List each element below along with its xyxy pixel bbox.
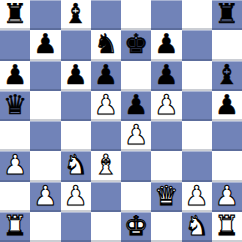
black-pawn[interactable]: ♟: [3, 60, 27, 90]
square-a5[interactable]: ♛: [0, 91, 30, 121]
square-c6[interactable]: ♟: [61, 61, 91, 91]
white-pawn[interactable]: ♟: [185, 181, 209, 211]
square-a3[interactable]: ♟: [0, 151, 30, 181]
square-a6[interactable]: ♟: [0, 61, 30, 91]
white-queen[interactable]: ♛: [154, 181, 178, 211]
square-g8[interactable]: [182, 0, 212, 30]
square-g3[interactable]: [182, 151, 212, 181]
white-rook[interactable]: ♜: [3, 211, 27, 241]
square-a7[interactable]: [0, 30, 30, 60]
black-pawn[interactable]: ♟: [94, 60, 118, 90]
square-e4[interactable]: ♟: [121, 121, 151, 151]
square-b6[interactable]: [30, 61, 60, 91]
square-g7[interactable]: [182, 30, 212, 60]
square-h5[interactable]: ♟: [212, 91, 242, 121]
square-h7[interactable]: [212, 30, 242, 60]
black-bishop[interactable]: ♝: [64, 0, 88, 29]
white-pawn[interactable]: ♟: [154, 90, 178, 120]
square-d6[interactable]: ♟: [91, 61, 121, 91]
square-e1[interactable]: ♚: [121, 212, 151, 242]
black-pawn[interactable]: ♟: [124, 90, 148, 120]
square-c7[interactable]: [61, 30, 91, 60]
square-d2[interactable]: [91, 182, 121, 212]
square-h6[interactable]: ♝: [212, 61, 242, 91]
black-pawn[interactable]: ♟: [64, 60, 88, 90]
square-f7[interactable]: ♟: [151, 30, 181, 60]
square-c8[interactable]: ♝: [61, 0, 91, 30]
white-pawn[interactable]: ♟: [64, 181, 88, 211]
square-h3[interactable]: [212, 151, 242, 181]
square-h1[interactable]: ♜: [212, 212, 242, 242]
square-g1[interactable]: ♞: [182, 212, 212, 242]
square-g4[interactable]: [182, 121, 212, 151]
square-e8[interactable]: [121, 0, 151, 30]
chess-board: ♜♝♜♟♞♚♟♟♟♟♟♝♛♟♟♟♟♟♟♞♝♟♟♛♟♟♜♚♞♜: [0, 0, 242, 242]
black-pawn[interactable]: ♟: [33, 29, 57, 59]
white-pawn[interactable]: ♟: [33, 181, 57, 211]
square-d7[interactable]: ♞: [91, 30, 121, 60]
square-e2[interactable]: [121, 182, 151, 212]
square-e6[interactable]: [121, 61, 151, 91]
black-rook[interactable]: ♜: [215, 0, 239, 29]
square-g2[interactable]: ♟: [182, 182, 212, 212]
square-c5[interactable]: [61, 91, 91, 121]
square-f5[interactable]: ♟: [151, 91, 181, 121]
chess-board-container: ♜♝♜♟♞♚♟♟♟♟♟♝♛♟♟♟♟♟♟♞♝♟♟♛♟♟♜♚♞♜: [0, 0, 242, 242]
square-a1[interactable]: ♜: [0, 212, 30, 242]
square-e5[interactable]: ♟: [121, 91, 151, 121]
black-rook[interactable]: ♜: [3, 0, 27, 29]
white-king[interactable]: ♚: [124, 211, 148, 241]
square-d1[interactable]: [91, 212, 121, 242]
white-pawn[interactable]: ♟: [215, 181, 239, 211]
square-a2[interactable]: [0, 182, 30, 212]
white-pawn[interactable]: ♟: [94, 90, 118, 120]
white-rook[interactable]: ♜: [215, 211, 239, 241]
black-knight[interactable]: ♞: [94, 29, 118, 59]
white-pawn[interactable]: ♟: [3, 150, 27, 180]
square-f3[interactable]: [151, 151, 181, 181]
square-f2[interactable]: ♛: [151, 182, 181, 212]
square-b1[interactable]: [30, 212, 60, 242]
square-d5[interactable]: ♟: [91, 91, 121, 121]
square-b4[interactable]: [30, 121, 60, 151]
white-pawn[interactable]: ♟: [124, 120, 148, 150]
square-g5[interactable]: [182, 91, 212, 121]
square-d8[interactable]: [91, 0, 121, 30]
square-d4[interactable]: [91, 121, 121, 151]
black-pawn[interactable]: ♟: [215, 90, 239, 120]
square-c4[interactable]: [61, 121, 91, 151]
square-b5[interactable]: [30, 91, 60, 121]
square-f1[interactable]: [151, 212, 181, 242]
square-f8[interactable]: [151, 0, 181, 30]
square-g6[interactable]: [182, 61, 212, 91]
square-h8[interactable]: ♜: [212, 0, 242, 30]
square-b8[interactable]: [30, 0, 60, 30]
square-e3[interactable]: [121, 151, 151, 181]
square-a8[interactable]: ♜: [0, 0, 30, 30]
black-bishop[interactable]: ♝: [215, 60, 239, 90]
square-b3[interactable]: [30, 151, 60, 181]
black-king[interactable]: ♚: [124, 29, 148, 59]
square-d3[interactable]: ♝: [91, 151, 121, 181]
square-f6[interactable]: ♟: [151, 61, 181, 91]
white-knight[interactable]: ♞: [64, 150, 88, 180]
square-e7[interactable]: ♚: [121, 30, 151, 60]
square-b2[interactable]: ♟: [30, 182, 60, 212]
square-h2[interactable]: ♟: [212, 182, 242, 212]
white-bishop[interactable]: ♝: [94, 150, 118, 180]
square-c2[interactable]: ♟: [61, 182, 91, 212]
black-pawn[interactable]: ♟: [154, 60, 178, 90]
square-a4[interactable]: [0, 121, 30, 151]
black-queen[interactable]: ♛: [3, 90, 27, 120]
black-pawn[interactable]: ♟: [154, 29, 178, 59]
square-c3[interactable]: ♞: [61, 151, 91, 181]
square-c1[interactable]: [61, 212, 91, 242]
square-h4[interactable]: [212, 121, 242, 151]
white-knight[interactable]: ♞: [185, 211, 209, 241]
square-b7[interactable]: ♟: [30, 30, 60, 60]
square-f4[interactable]: [151, 121, 181, 151]
